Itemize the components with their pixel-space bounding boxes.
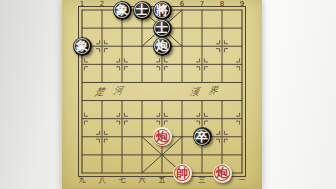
piece-glyph: 象 (116, 1, 128, 20)
xiangqi-board: 楚河 漢界 123456789九八七六五四三二一 象士將士炮象卒炮帥炮 (62, 0, 262, 189)
piece-red-cannon[interactable]: 炮 (153, 127, 172, 146)
piece-red-general[interactable]: 帥 (173, 164, 192, 183)
piece-black-advisor[interactable]: 士 (133, 1, 152, 20)
photo-background: 楚河 漢界 123456789九八七六五四三二一 象士將士炮象卒炮帥炮 (0, 0, 336, 189)
piece-glyph: 象 (76, 37, 88, 56)
piece-black-advisor[interactable]: 士 (153, 19, 172, 38)
piece-black-cannon[interactable]: 炮 (153, 37, 172, 56)
piece-glyph: 卒 (196, 128, 208, 147)
piece-black-elephant[interactable]: 象 (113, 1, 132, 20)
piece-black-elephant[interactable]: 象 (73, 37, 92, 56)
piece-black-general[interactable]: 將 (153, 1, 172, 20)
piece-glyph: 炮 (156, 37, 168, 56)
piece-glyph: 帥 (176, 164, 188, 183)
piece-glyph: 炮 (156, 128, 168, 147)
piece-glyph: 士 (156, 19, 168, 38)
piece-glyph: 將 (156, 1, 168, 20)
piece-red-cannon[interactable]: 炮 (213, 164, 232, 183)
piece-glyph: 士 (136, 1, 148, 20)
piece-black-soldier[interactable]: 卒 (193, 127, 212, 146)
piece-glyph: 炮 (216, 164, 228, 183)
